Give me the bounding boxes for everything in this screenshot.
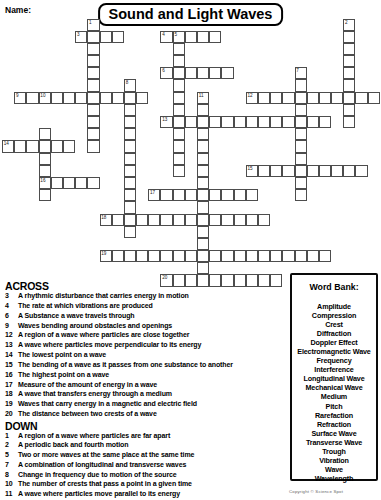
word-bank-word: Trough bbox=[292, 447, 376, 456]
word-bank-word: Interference bbox=[292, 365, 376, 374]
crossword-cell[interactable] bbox=[173, 214, 185, 226]
crossword-cell[interactable] bbox=[124, 177, 136, 189]
crossword-cell[interactable] bbox=[209, 189, 221, 201]
crossword-cell[interactable] bbox=[295, 128, 307, 140]
crossword-cell[interactable] bbox=[39, 153, 51, 165]
crossword-cell[interactable]: 4 bbox=[160, 31, 172, 43]
crossword-cell[interactable] bbox=[355, 92, 367, 104]
clue-number: 13 bbox=[5, 341, 18, 348]
clue-text: A wave where particles move parallel to … bbox=[18, 490, 180, 497]
clue: 9Waves bending around obstacles and open… bbox=[5, 322, 285, 332]
crossword-cell[interactable] bbox=[173, 274, 185, 286]
crossword-cell[interactable] bbox=[124, 189, 136, 201]
crossword-cell[interactable] bbox=[295, 177, 307, 189]
crossword-cell[interactable] bbox=[246, 189, 258, 201]
clue-text: The number of crests that pass a point i… bbox=[18, 480, 192, 487]
word-bank-word: Compression bbox=[292, 311, 376, 320]
crossword-cell[interactable] bbox=[197, 67, 209, 79]
crossword-cell[interactable] bbox=[197, 31, 209, 43]
clue-number: 17 bbox=[5, 381, 18, 388]
clue-text: The distance between two crests of a wav… bbox=[18, 410, 157, 417]
crossword-cell[interactable] bbox=[14, 140, 26, 152]
crossword-cell[interactable] bbox=[124, 104, 136, 116]
word-bank-title: Word Bank: bbox=[292, 282, 376, 292]
crossword-cell[interactable] bbox=[87, 43, 99, 55]
crossword-cell[interactable] bbox=[197, 153, 209, 165]
word-bank-word: Transverse Wave bbox=[292, 438, 376, 447]
crossword-cell[interactable] bbox=[160, 214, 172, 226]
clue: 5Two or more waves at the same place at … bbox=[5, 451, 285, 461]
cell-number: 17 bbox=[150, 190, 155, 195]
crossword-cell[interactable]: 7 bbox=[295, 67, 307, 79]
clue-text: Measure of the amount of energy in a wav… bbox=[18, 381, 157, 388]
crossword-cell[interactable] bbox=[234, 274, 246, 286]
clue-number: 8 bbox=[5, 471, 18, 478]
crossword-cell[interactable] bbox=[63, 177, 75, 189]
clue: 19Waves that carry energy in a magnetic … bbox=[5, 400, 285, 410]
crossword-cell[interactable]: 5 bbox=[173, 31, 185, 43]
clue-text: A combination of longitudinal and transv… bbox=[18, 461, 186, 468]
crossword-cell[interactable] bbox=[124, 226, 136, 238]
clue-number: 18 bbox=[5, 390, 18, 397]
cell-number: 16 bbox=[40, 178, 45, 183]
crossword-cell[interactable] bbox=[173, 79, 185, 91]
cell-number: 7 bbox=[296, 68, 299, 73]
crossword-cell[interactable] bbox=[160, 250, 172, 262]
crossword-cell[interactable] bbox=[75, 92, 87, 104]
crossword-cell[interactable] bbox=[87, 116, 99, 128]
crossword-cell[interactable] bbox=[197, 238, 209, 250]
crossword-cell[interactable] bbox=[197, 104, 209, 116]
crossword-cell[interactable] bbox=[270, 250, 282, 262]
clue-number: 9 bbox=[5, 322, 18, 329]
crossword-cell[interactable] bbox=[197, 214, 209, 226]
crossword-cell[interactable] bbox=[63, 140, 75, 152]
crossword-cell[interactable] bbox=[295, 116, 307, 128]
crossword-cell[interactable] bbox=[87, 55, 99, 67]
crossword-cell[interactable] bbox=[355, 165, 367, 177]
crossword-cell[interactable] bbox=[295, 92, 307, 104]
word-bank-word: Mechanical Wave bbox=[292, 383, 376, 392]
crossword-cell[interactable] bbox=[343, 165, 355, 177]
crossword-cell[interactable] bbox=[258, 274, 270, 286]
crossword-cell[interactable] bbox=[343, 79, 355, 91]
clue: 10The number of crests that pass a point… bbox=[5, 480, 285, 490]
crossword-cell[interactable] bbox=[173, 128, 185, 140]
crossword-cell[interactable] bbox=[51, 92, 63, 104]
clue: 3A rhythmic disturbance that carries ene… bbox=[5, 292, 285, 302]
crossword-cell[interactable] bbox=[87, 104, 99, 116]
cell-number: 2 bbox=[345, 20, 348, 25]
cell-number: 1 bbox=[89, 20, 92, 25]
cell-number: 20 bbox=[162, 275, 167, 280]
word-bank-word: Wave bbox=[292, 465, 376, 474]
crossword-cell[interactable] bbox=[87, 92, 99, 104]
clue-text: Two or more waves at the same place at t… bbox=[18, 451, 194, 458]
crossword-cell[interactable] bbox=[197, 274, 209, 286]
crossword-cell[interactable] bbox=[124, 92, 136, 104]
crossword-cell[interactable] bbox=[295, 189, 307, 201]
word-bank: Word Bank: AmplitudeCompressionCrestDiff… bbox=[290, 273, 378, 481]
clue-number: 1 bbox=[5, 432, 18, 439]
clue-number: 11 bbox=[5, 490, 18, 497]
crossword-cell[interactable] bbox=[87, 177, 99, 189]
clue-text: Change in frequency due to motion of the… bbox=[18, 471, 177, 478]
clue: 17Measure of the amount of energy in a w… bbox=[5, 381, 285, 391]
crossword-cell[interactable] bbox=[209, 214, 221, 226]
word-bank-word: Vibration bbox=[292, 456, 376, 465]
crossword-cell[interactable] bbox=[124, 214, 136, 226]
clue-number: 7 bbox=[5, 461, 18, 468]
word-bank-word: Wavelength bbox=[292, 474, 376, 483]
crossword-cell[interactable]: 9 bbox=[14, 92, 26, 104]
clue-text: A periodic back and fourth motion bbox=[18, 441, 128, 448]
crossword-cell[interactable] bbox=[39, 165, 51, 177]
crossword-cell[interactable] bbox=[87, 140, 99, 152]
crossword-cell[interactable] bbox=[221, 189, 233, 201]
crossword-cell[interactable] bbox=[221, 274, 233, 286]
crossword-cell[interactable]: 16 bbox=[39, 177, 51, 189]
crossword-cell[interactable] bbox=[331, 165, 343, 177]
clue-text: Waves bending around obstacles and openi… bbox=[18, 322, 172, 329]
crossword-cell[interactable] bbox=[173, 189, 185, 201]
cell-number: 9 bbox=[16, 93, 19, 98]
clue-number: 6 bbox=[5, 312, 18, 319]
clue-text: The highest point on a wave bbox=[18, 371, 109, 378]
crossword-grid: 1234567891011121314151617181920 bbox=[2, 19, 380, 287]
word-bank-word: Diffraction bbox=[292, 329, 376, 338]
crossword-cell[interactable] bbox=[270, 274, 282, 286]
crossword-cell[interactable] bbox=[160, 189, 172, 201]
crossword-cell[interactable] bbox=[307, 92, 319, 104]
crossword-cell[interactable] bbox=[185, 189, 197, 201]
crossword-cell[interactable] bbox=[282, 116, 294, 128]
down-header: DOWN bbox=[5, 420, 37, 432]
crossword-cell[interactable] bbox=[87, 31, 99, 43]
crossword-cell[interactable] bbox=[136, 214, 148, 226]
crossword-cell[interactable] bbox=[258, 165, 270, 177]
crossword-cell[interactable] bbox=[39, 128, 51, 140]
cell-number: 6 bbox=[162, 68, 165, 73]
cell-number: 14 bbox=[4, 141, 9, 146]
crossword-cell[interactable] bbox=[173, 55, 185, 67]
crossword-cell[interactable] bbox=[87, 67, 99, 79]
clue-text: A region of a wave where particles are f… bbox=[18, 432, 170, 439]
crossword-cell[interactable] bbox=[197, 262, 209, 274]
crossword-cell[interactable] bbox=[148, 214, 160, 226]
crossword-cell[interactable] bbox=[26, 92, 38, 104]
crossword-cell[interactable]: 6 bbox=[160, 67, 172, 79]
clue: 11A wave where particles move parallel t… bbox=[5, 490, 285, 500]
crossword-cell[interactable] bbox=[124, 128, 136, 140]
crossword-cell[interactable] bbox=[221, 116, 233, 128]
clue-text: Waves that carry energy in a magnetic an… bbox=[18, 400, 197, 407]
crossword-cell[interactable] bbox=[124, 201, 136, 213]
clue: 18A wave that transfers energy through a… bbox=[5, 390, 285, 400]
clue: 12A region of a wave where particles are… bbox=[5, 331, 285, 341]
crossword-cell[interactable] bbox=[282, 92, 294, 104]
crossword-cell[interactable] bbox=[197, 140, 209, 152]
clue: 2A periodic back and fourth motion bbox=[5, 441, 285, 451]
crossword-cell[interactable] bbox=[221, 250, 233, 262]
crossword-cell[interactable] bbox=[295, 250, 307, 262]
clue: 13A wave where particles move perpendicu… bbox=[5, 341, 285, 351]
crossword-cell[interactable] bbox=[75, 177, 87, 189]
crossword-cell[interactable] bbox=[221, 67, 233, 79]
clue-text: A rhythmic disturbance that carries ener… bbox=[18, 292, 189, 299]
word-bank-word: Pitch bbox=[292, 402, 376, 411]
word-bank-word: Doppler Effect bbox=[292, 338, 376, 347]
crossword-cell[interactable] bbox=[319, 250, 331, 262]
crossword-cell[interactable] bbox=[246, 250, 258, 262]
crossword-cell[interactable] bbox=[270, 116, 282, 128]
crossword-cell[interactable] bbox=[112, 92, 124, 104]
crossword-cell[interactable] bbox=[209, 274, 221, 286]
cell-number: 10 bbox=[40, 93, 45, 98]
clue: 8Change in frequency due to motion of th… bbox=[5, 471, 285, 481]
crossword-cell[interactable] bbox=[173, 116, 185, 128]
clue-text: A wave that transfers energy through a m… bbox=[18, 390, 172, 397]
crossword-cell[interactable]: 20 bbox=[160, 274, 172, 286]
crossword-cell[interactable] bbox=[112, 250, 124, 262]
crossword-cell[interactable] bbox=[197, 226, 209, 238]
crossword-cell[interactable]: 2 bbox=[343, 19, 355, 31]
crossword-cell[interactable] bbox=[185, 214, 197, 226]
clue-text: The lowest point on a wave bbox=[18, 351, 106, 358]
crossword-cell[interactable] bbox=[124, 140, 136, 152]
crossword-cell[interactable] bbox=[343, 67, 355, 79]
crossword-cell[interactable] bbox=[295, 165, 307, 177]
crossword-cell[interactable] bbox=[234, 250, 246, 262]
crossword-cell[interactable]: 10 bbox=[39, 92, 51, 104]
word-bank-list: AmplitudeCompressionCrestDiffractionDopp… bbox=[292, 302, 376, 483]
crossword-cell[interactable] bbox=[173, 250, 185, 262]
crossword-cell[interactable] bbox=[246, 116, 258, 128]
crossword-cell[interactable] bbox=[209, 67, 221, 79]
crossword-cell[interactable] bbox=[124, 250, 136, 262]
crossword-cell[interactable] bbox=[258, 214, 270, 226]
cell-number: 15 bbox=[248, 166, 253, 171]
crossword-cell[interactable] bbox=[185, 31, 197, 43]
crossword-cell[interactable]: 14 bbox=[2, 140, 14, 152]
crossword-cell[interactable] bbox=[124, 116, 136, 128]
copyright-text: Copyright © Science Spot bbox=[289, 489, 343, 494]
crossword-cell[interactable] bbox=[258, 92, 270, 104]
across-clue-list: 3A rhythmic disturbance that carries ene… bbox=[5, 292, 285, 420]
crossword-cell[interactable] bbox=[173, 43, 185, 55]
crossword-cell[interactable] bbox=[307, 250, 319, 262]
clue-number: 10 bbox=[5, 480, 18, 487]
clue-text: The rate at which vibrations are produce… bbox=[18, 302, 153, 309]
crossword-cell[interactable] bbox=[26, 140, 38, 152]
cell-number: 19 bbox=[101, 251, 106, 256]
crossword-cell[interactable] bbox=[51, 140, 63, 152]
crossword-cell[interactable] bbox=[343, 31, 355, 43]
crossword-cell[interactable] bbox=[124, 153, 136, 165]
word-bank-word: Rarefaction bbox=[292, 411, 376, 420]
crossword-cell[interactable] bbox=[185, 274, 197, 286]
crossword-cell[interactable] bbox=[136, 92, 148, 104]
crossword-cell[interactable]: 1 bbox=[87, 19, 99, 31]
clue-number: 15 bbox=[5, 361, 18, 368]
word-bank-word: Amplitude bbox=[292, 302, 376, 311]
crossword-cell[interactable] bbox=[282, 165, 294, 177]
crossword-cell[interactable] bbox=[124, 165, 136, 177]
crossword-cell[interactable] bbox=[307, 116, 319, 128]
crossword-cell[interactable] bbox=[63, 92, 75, 104]
crossword-cell[interactable] bbox=[331, 92, 343, 104]
crossword-cell[interactable] bbox=[295, 79, 307, 91]
crossword-cell[interactable] bbox=[197, 201, 209, 213]
cell-number: 13 bbox=[162, 117, 167, 122]
word-bank-word: Frequency bbox=[292, 356, 376, 365]
crossword-cell[interactable] bbox=[112, 214, 124, 226]
crossword-cell[interactable] bbox=[319, 165, 331, 177]
crossword-cell[interactable] bbox=[173, 92, 185, 104]
clue-number: 20 bbox=[5, 410, 18, 417]
crossword-cell[interactable] bbox=[173, 104, 185, 116]
crossword-cell[interactable] bbox=[197, 250, 209, 262]
clue-number: 19 bbox=[5, 400, 18, 407]
word-bank-word: Refraction bbox=[292, 420, 376, 429]
crossword-cell[interactable] bbox=[197, 189, 209, 201]
crossword-cell[interactable]: 19 bbox=[100, 250, 112, 262]
crossword-cell[interactable] bbox=[246, 214, 258, 226]
cell-number: 4 bbox=[162, 32, 165, 37]
cell-number: 18 bbox=[101, 215, 106, 220]
crossword-cell[interactable] bbox=[270, 92, 282, 104]
crossword-cell[interactable] bbox=[295, 140, 307, 152]
clue: 15The bending of a wave as it passes fro… bbox=[5, 361, 285, 371]
crossword-cell[interactable] bbox=[343, 104, 355, 116]
crossword-cell[interactable]: 3 bbox=[75, 31, 87, 43]
across-header: ACROSS bbox=[5, 280, 49, 292]
crossword-cell[interactable] bbox=[258, 116, 270, 128]
crossword-cell[interactable] bbox=[343, 55, 355, 67]
crossword-worksheet: Name: Sound and Light Waves 123456789101… bbox=[0, 0, 381, 500]
clue-text: A region of a wave where particles are c… bbox=[18, 331, 189, 338]
crossword-cell[interactable]: 13 bbox=[160, 116, 172, 128]
crossword-cell[interactable] bbox=[173, 140, 185, 152]
crossword-cell[interactable] bbox=[209, 116, 221, 128]
clue-number: 16 bbox=[5, 371, 18, 378]
crossword-cell[interactable] bbox=[319, 92, 331, 104]
cell-number: 5 bbox=[174, 32, 177, 37]
cell-number: 3 bbox=[77, 32, 80, 37]
crossword-cell[interactable] bbox=[221, 214, 233, 226]
crossword-cell[interactable] bbox=[234, 116, 246, 128]
crossword-cell[interactable]: 11 bbox=[197, 92, 209, 104]
crossword-cell[interactable]: 15 bbox=[246, 165, 258, 177]
crossword-cell[interactable]: 17 bbox=[148, 189, 160, 201]
crossword-cell[interactable] bbox=[209, 31, 221, 43]
crossword-cell[interactable] bbox=[173, 153, 185, 165]
crossword-cell[interactable]: 8 bbox=[124, 79, 136, 91]
crossword-cell[interactable] bbox=[173, 67, 185, 79]
crossword-cell[interactable]: 18 bbox=[100, 214, 112, 226]
crossword-cell[interactable] bbox=[87, 79, 99, 91]
down-clue-list: 1A region of a wave where particles are … bbox=[5, 432, 285, 500]
crossword-cell[interactable] bbox=[173, 165, 185, 177]
clue: 6A Substance a wave travels through bbox=[5, 312, 285, 322]
crossword-cell[interactable] bbox=[51, 177, 63, 189]
crossword-cell[interactable] bbox=[39, 140, 51, 152]
crossword-cell[interactable] bbox=[246, 274, 258, 286]
word-bank-word: Longitudinal Wave bbox=[292, 374, 376, 383]
word-bank-word: Crest bbox=[292, 320, 376, 329]
clue-number: 4 bbox=[5, 302, 18, 309]
crossword-cell[interactable] bbox=[197, 177, 209, 189]
clue-text: A wave where particles move perpendicula… bbox=[18, 341, 201, 348]
crossword-cell[interactable] bbox=[148, 250, 160, 262]
crossword-cell[interactable] bbox=[270, 165, 282, 177]
crossword-cell[interactable] bbox=[39, 189, 51, 201]
crossword-cell[interactable] bbox=[197, 128, 209, 140]
word-bank-word: Electromagnetic Wave bbox=[292, 347, 376, 356]
crossword-cell[interactable] bbox=[197, 116, 209, 128]
cell-number: 12 bbox=[248, 93, 253, 98]
crossword-cell[interactable] bbox=[234, 214, 246, 226]
crossword-cell[interactable] bbox=[343, 92, 355, 104]
clue: 14The lowest point on a wave bbox=[5, 351, 285, 361]
crossword-cell[interactable] bbox=[185, 116, 197, 128]
crossword-cell[interactable] bbox=[185, 67, 197, 79]
crossword-cell[interactable] bbox=[197, 165, 209, 177]
clue: 4The rate at which vibrations are produc… bbox=[5, 302, 285, 312]
clue-number: 2 bbox=[5, 441, 18, 448]
clue-number: 12 bbox=[5, 331, 18, 338]
crossword-cell[interactable] bbox=[307, 165, 319, 177]
clue-number: 14 bbox=[5, 351, 18, 358]
crossword-cell[interactable]: 12 bbox=[246, 92, 258, 104]
crossword-cell[interactable] bbox=[234, 189, 246, 201]
word-bank-word: Medium bbox=[292, 392, 376, 401]
crossword-cell[interactable] bbox=[100, 31, 112, 43]
crossword-cell[interactable] bbox=[295, 104, 307, 116]
crossword-cell[interactable] bbox=[87, 128, 99, 140]
clue: 16The highest point on a wave bbox=[5, 371, 285, 381]
crossword-cell[interactable] bbox=[368, 92, 380, 104]
crossword-cell[interactable] bbox=[319, 116, 331, 128]
crossword-cell[interactable] bbox=[343, 43, 355, 55]
crossword-cell[interactable] bbox=[136, 250, 148, 262]
crossword-cell[interactable] bbox=[209, 250, 221, 262]
name-label: Name: bbox=[5, 5, 31, 15]
clue: 20The distance between two crests of a w… bbox=[5, 410, 285, 420]
crossword-cell[interactable] bbox=[112, 31, 124, 43]
word-bank-word: Surface Wave bbox=[292, 429, 376, 438]
crossword-cell[interactable] bbox=[185, 250, 197, 262]
clue: 1A region of a wave where particles are … bbox=[5, 432, 285, 442]
crossword-cell[interactable] bbox=[258, 250, 270, 262]
crossword-cell[interactable] bbox=[100, 92, 112, 104]
cell-number: 8 bbox=[126, 80, 129, 85]
clue-number: 5 bbox=[5, 451, 18, 458]
crossword-cell[interactable] bbox=[295, 153, 307, 165]
clue-number: 3 bbox=[5, 292, 18, 299]
cell-number: 11 bbox=[199, 93, 204, 98]
crossword-cell[interactable] bbox=[282, 250, 294, 262]
crossword-cell[interactable] bbox=[343, 116, 355, 128]
clue-text: A Substance a wave travels through bbox=[18, 312, 135, 319]
clue-text: The bending of a wave as it passes from … bbox=[18, 361, 233, 368]
clue: 7A combination of longitudinal and trans… bbox=[5, 461, 285, 471]
